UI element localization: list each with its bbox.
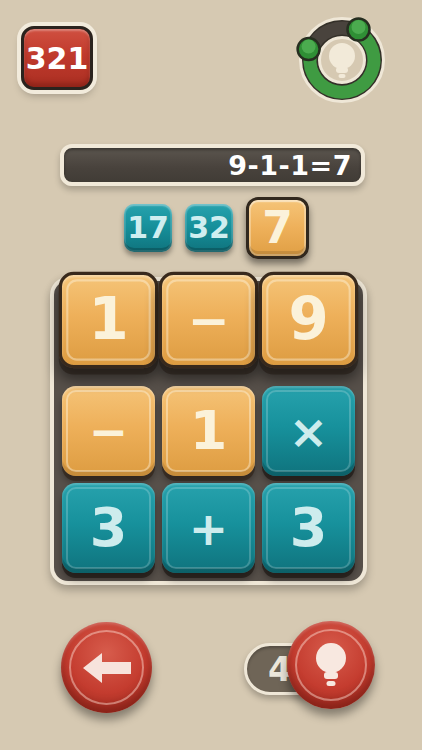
back-button[interactable] <box>61 622 152 713</box>
tile-glyph: 3 <box>290 501 328 555</box>
target-tile-17[interactable]: 17 <box>124 204 172 252</box>
level-number: 321 <box>26 41 89 76</box>
target-tile-32[interactable]: 32 <box>185 204 233 252</box>
target-label: 17 <box>127 210 169 245</box>
game-screen: 321 9 <box>0 0 422 750</box>
targets-row: 17327 <box>124 196 309 259</box>
grid-tile-r2c1[interactable]: + <box>162 483 255 573</box>
grid-tile-r1c0[interactable]: − <box>62 386 155 476</box>
target-label: 32 <box>188 210 230 245</box>
grid-tile-r1c1[interactable]: 1 <box>162 386 255 476</box>
tile-glyph: + <box>189 505 228 552</box>
tile-glyph: × <box>289 408 328 455</box>
lightbulb-icon <box>329 43 355 78</box>
tile-glyph: 3 <box>90 501 128 555</box>
tile-glyph: − <box>187 295 229 345</box>
ring-knob-right <box>348 19 370 41</box>
equation-bar: 9-1-1=7 <box>60 144 365 186</box>
hint-button[interactable] <box>287 621 375 709</box>
board-grid: 1−9−1×3+3 <box>54 281 363 581</box>
lightbulb-icon <box>312 642 350 688</box>
progress-ring-icon <box>294 12 390 108</box>
target-tile-7[interactable]: 7 <box>246 197 309 259</box>
progress-ring[interactable] <box>294 12 390 108</box>
target-label: 7 <box>262 202 293 253</box>
grid-tile-r0c1[interactable]: − <box>159 272 259 368</box>
left-arrow-icon <box>83 652 131 684</box>
tile-glyph: 1 <box>88 291 128 349</box>
grid-tile-r2c2[interactable]: 3 <box>262 483 355 573</box>
tile-glyph: 9 <box>288 291 328 349</box>
grid-tile-r0c2[interactable]: 9 <box>259 272 359 368</box>
board-frame: 1−9−1×3+3 <box>50 277 367 585</box>
ring-knob-left <box>298 38 320 60</box>
tile-glyph: 1 <box>190 404 228 458</box>
level-badge: 321 <box>21 26 93 90</box>
equation-text: 9-1-1=7 <box>228 150 352 181</box>
grid-tile-r2c0[interactable]: 3 <box>62 483 155 573</box>
grid-tile-r0c0[interactable]: 1 <box>59 272 159 368</box>
tile-glyph: − <box>89 408 128 455</box>
grid-tile-r1c2[interactable]: × <box>262 386 355 476</box>
